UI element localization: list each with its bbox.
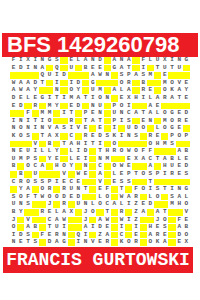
grid-cell-empty <box>46 87 53 94</box>
grid-cell: O <box>17 194 24 201</box>
grid-cell: A <box>118 65 125 72</box>
grid-cell: I <box>89 95 96 102</box>
grid-cell: D <box>132 125 139 132</box>
grid-cell: E <box>10 65 17 72</box>
grid-cell: B <box>32 224 39 231</box>
grid-cell: G <box>60 239 67 246</box>
grid-cell: I <box>32 125 39 132</box>
grid-cell: E <box>53 156 60 163</box>
grid-cell: M <box>68 95 75 102</box>
grid-cell: P <box>111 103 118 110</box>
grid-cell: O <box>46 194 53 201</box>
grid-cell: X <box>53 133 60 140</box>
grid-cell: N <box>10 125 17 132</box>
grid-cell: S <box>10 194 17 201</box>
grid-cell: U <box>10 201 17 208</box>
grid-cell-empty <box>154 179 161 186</box>
grid-cell: L <box>147 57 154 64</box>
grid-cell: M <box>147 72 154 79</box>
grid-cell: R <box>125 80 132 87</box>
grid-cell: A <box>10 87 17 94</box>
grid-cell: T <box>46 224 53 231</box>
grid-cell: L <box>39 148 46 155</box>
grid-cell: M <box>168 201 175 208</box>
grid-cell: A <box>24 224 31 231</box>
grid-cell: D <box>75 194 82 201</box>
grid-cell: N <box>82 201 89 208</box>
grid-cell: E <box>176 125 183 132</box>
grid-cell: A <box>161 156 168 163</box>
grid-cell-empty <box>39 217 46 224</box>
grid-cell: W <box>104 217 111 224</box>
grid-cell: X <box>161 57 168 64</box>
grid-cell: O <box>154 194 161 201</box>
grid-cell: E <box>176 239 183 246</box>
grid-cell: S <box>32 239 39 246</box>
grid-cell: N <box>89 57 96 64</box>
grid-cell: I <box>32 57 39 64</box>
grid-cell: T <box>82 118 89 125</box>
grid-cell: R <box>132 194 139 201</box>
grid-cell: G <box>89 80 96 87</box>
grid-cell: X <box>68 209 75 216</box>
grid-cell: U <box>168 163 175 170</box>
grid-cell: A <box>147 163 154 170</box>
grid-cell: T <box>161 209 168 216</box>
grid-cell: I <box>75 239 82 246</box>
grid-cell: Z <box>132 201 139 208</box>
grid-cell: M <box>46 103 53 110</box>
grid-cell: O <box>125 239 132 246</box>
grid-cell: N <box>17 201 24 208</box>
grid-cell-empty <box>60 80 67 87</box>
grid-cell: A <box>96 217 103 224</box>
grid-cell: H <box>147 224 154 231</box>
grid-cell: R <box>176 118 183 125</box>
grid-cell: X <box>24 57 31 64</box>
grid-cell: T <box>32 118 39 125</box>
grid-cell: O <box>39 186 46 193</box>
grid-cell: T <box>60 141 67 148</box>
grid-cell-empty <box>154 80 161 87</box>
grid-cell: S <box>168 194 175 201</box>
grid-cell: A <box>53 125 60 132</box>
grid-cell: W <box>39 194 46 201</box>
grid-cell-empty <box>32 186 39 193</box>
grid-cell: T <box>176 95 183 102</box>
grid-cell: N <box>39 57 46 64</box>
grid-cell: B <box>183 224 190 231</box>
grid-cell-empty <box>183 179 190 186</box>
grid-cell: A <box>96 171 103 178</box>
grid-cell-empty <box>104 171 111 178</box>
grid-cell-empty <box>147 125 154 132</box>
grid-cell-empty <box>183 141 190 148</box>
grid-cell: A <box>24 87 31 94</box>
grid-cell-empty <box>39 201 46 208</box>
grid-cell: A <box>89 118 96 125</box>
grid-cell-empty <box>104 141 111 148</box>
grid-cell-empty <box>68 239 75 246</box>
grid-cell: T <box>96 148 103 155</box>
grid-cell: V <box>183 209 190 216</box>
grid-cell-empty <box>132 65 139 72</box>
grid-cell: C <box>68 179 75 186</box>
grid-cell-empty <box>183 65 190 72</box>
grid-cell: F <box>24 110 31 117</box>
grid-cell-empty <box>132 103 139 110</box>
grid-cell-empty <box>111 239 118 246</box>
grid-cell-empty <box>140 194 147 201</box>
grid-cell-empty <box>147 209 154 216</box>
grid-cell: U <box>161 65 168 72</box>
grid-cell-empty <box>140 239 147 246</box>
grid-cell: E <box>46 209 53 216</box>
grid-cell: A <box>53 239 60 246</box>
grid-cell: S <box>125 179 132 186</box>
grid-cell: A <box>140 209 147 216</box>
grid-cell: N <box>176 186 183 193</box>
grid-cell: O <box>140 186 147 193</box>
grid-cell: O <box>46 118 53 125</box>
grid-cell: U <box>154 57 161 64</box>
grid-cell: N <box>118 57 125 64</box>
grid-cell: I <box>68 80 75 87</box>
grid-cell-empty <box>89 148 96 155</box>
grid-cell: R <box>60 186 67 193</box>
grid-cell: E <box>125 156 132 163</box>
grid-cell: E <box>125 163 132 170</box>
grid-cell: N <box>32 65 39 72</box>
grid-cell: O <box>161 125 168 132</box>
grid-cell: D <box>17 103 24 110</box>
grid-cell: A <box>154 95 161 102</box>
grid-cell: E <box>104 224 111 231</box>
grid-cell: Y <box>53 103 60 110</box>
grid-cell-empty <box>32 201 39 208</box>
grid-cell-empty <box>111 80 118 87</box>
grid-cell-empty <box>10 141 17 148</box>
grid-cell: E <box>176 110 183 117</box>
grid-cell: G <box>168 110 175 117</box>
grid-cell: E <box>154 103 161 110</box>
grid-cell: S <box>147 171 154 178</box>
grid-cell: I <box>96 141 103 148</box>
grid-cell: E <box>89 110 96 117</box>
grid-cell: S <box>32 179 39 186</box>
grid-cell: I <box>46 95 53 102</box>
grid-cell: T <box>125 65 132 72</box>
grid-cell-empty <box>75 209 82 216</box>
grid-cell: I <box>140 95 147 102</box>
grid-cell-empty <box>132 141 139 148</box>
grid-cell: S <box>32 156 39 163</box>
grid-cell: E <box>183 80 190 87</box>
grid-cell-empty <box>161 133 168 140</box>
grid-cell-empty <box>75 110 82 117</box>
grid-cell: A <box>176 194 183 201</box>
grid-cell: E <box>183 217 190 224</box>
grid-cell-empty <box>168 239 175 246</box>
grid-cell: I <box>118 133 125 140</box>
grid-cell: N <box>10 148 17 155</box>
grid-cell-empty <box>111 156 118 163</box>
grid-cell: D <box>75 103 82 110</box>
grid-cell: E <box>60 179 67 186</box>
grid-cell-empty <box>154 118 161 125</box>
grid-cell-empty <box>32 110 39 117</box>
grid-cell: A <box>39 163 46 170</box>
grid-cell: R <box>111 148 118 155</box>
grid-cell-empty <box>60 103 67 110</box>
grid-cell: A <box>176 87 183 94</box>
grid-cell: D <box>46 239 53 246</box>
grid-cell-empty <box>32 133 39 140</box>
grid-cell: T <box>68 110 75 117</box>
grid-cell: B <box>168 156 175 163</box>
grid-cell: A <box>125 194 132 201</box>
grid-cell: S <box>125 118 132 125</box>
grid-cell-empty <box>17 224 24 231</box>
grid-cell: L <box>46 148 53 155</box>
grid-cell-empty <box>17 110 24 117</box>
grid-cell-empty <box>183 72 190 79</box>
grid-cell: F <box>24 194 31 201</box>
grid-cell-empty <box>68 171 75 178</box>
grid-cell-empty <box>111 209 118 216</box>
grid-cell: T <box>154 156 161 163</box>
grid-cell: U <box>68 65 75 72</box>
grid-cell: N <box>89 103 96 110</box>
grid-cell: B <box>46 141 53 148</box>
grid-cell-empty <box>147 65 154 72</box>
grid-cell: S <box>104 133 111 140</box>
book-cover: BFS 1429260798 FIXINGSELANDANAFLUXINGEDI… <box>0 0 200 300</box>
grid-cell: L <box>147 194 154 201</box>
grid-cell: N <box>39 125 46 132</box>
grid-cell-empty <box>68 232 75 239</box>
grid-cell-empty <box>125 224 132 231</box>
grid-cell: D <box>147 201 154 208</box>
grid-cell: E <box>154 224 161 231</box>
grid-cell: T <box>104 209 111 216</box>
grid-cell-empty <box>96 80 103 87</box>
grid-cell-empty <box>82 194 89 201</box>
grid-cell: C <box>46 217 53 224</box>
grid-cell: D <box>10 95 17 102</box>
grid-cell: I <box>68 125 75 132</box>
grid-cell: Y <box>17 186 24 193</box>
grid-cell: Y <box>75 87 82 94</box>
grid-cell-empty <box>75 224 82 231</box>
grid-cell: E <box>161 72 168 79</box>
grid-cell: O <box>183 201 190 208</box>
grid-cell-empty <box>154 163 161 170</box>
grid-cell: J <box>10 217 17 224</box>
grid-cell-empty <box>104 179 111 186</box>
grid-cell: U <box>68 186 75 193</box>
grid-cell: M <box>39 110 46 117</box>
grid-cell: A <box>75 95 82 102</box>
grid-cell: A <box>161 239 168 246</box>
grid-cell: O <box>168 118 175 125</box>
grid-cell: E <box>17 95 24 102</box>
grid-cell-empty <box>17 163 24 170</box>
grid-cell: R <box>132 239 139 246</box>
grid-cell: A <box>46 133 53 140</box>
grid-cell: N <box>96 110 103 117</box>
grid-cell: V <box>32 141 39 148</box>
grid-cell: H <box>176 201 183 208</box>
grid-cell: X <box>132 156 139 163</box>
grid-cell: E <box>46 232 53 239</box>
grid-cell: L <box>147 95 154 102</box>
grid-cell: F <box>132 186 139 193</box>
grid-cell: P <box>125 171 132 178</box>
grid-cell: I <box>111 125 118 132</box>
grid-cell: M <box>17 156 24 163</box>
grid-cell-empty <box>39 171 46 178</box>
grid-cell: S <box>183 171 190 178</box>
grid-cell: N <box>24 125 31 132</box>
grid-cell-empty <box>39 141 46 148</box>
grid-cell: S <box>24 133 31 140</box>
grid-cell: N <box>147 118 154 125</box>
grid-cell: E <box>82 171 89 178</box>
grid-cell: I <box>125 201 132 208</box>
grid-cell: D <box>176 232 183 239</box>
grid-cell: R <box>154 232 161 239</box>
grid-cell-empty <box>89 232 96 239</box>
grid-cell: A <box>104 232 111 239</box>
grid-cell: R <box>53 232 60 239</box>
grid-cell: H <box>161 163 168 170</box>
grid-cell-empty <box>168 209 175 216</box>
grid-cell: V <box>24 217 31 224</box>
grid-cell: A <box>17 80 24 87</box>
grid-cell: J <box>46 201 53 208</box>
grid-cell: G <box>168 125 175 132</box>
grid-cell: E <box>68 103 75 110</box>
grid-cell-empty <box>82 103 89 110</box>
grid-cell: A <box>176 224 183 231</box>
grid-cell: H <box>132 95 139 102</box>
grid-cell: R <box>17 179 24 186</box>
grid-cell-empty <box>154 72 161 79</box>
grid-cell: S <box>24 232 31 239</box>
grid-cell: E <box>118 171 125 178</box>
grid-cell: J <box>82 209 89 216</box>
grid-cell: I <box>125 217 132 224</box>
grid-cell-empty <box>60 65 67 72</box>
grid-cell-empty <box>24 171 31 178</box>
grid-cell: E <box>82 125 89 132</box>
grid-cell-empty <box>147 217 154 224</box>
grid-cell-empty <box>68 201 75 208</box>
grid-cell-empty <box>104 110 111 117</box>
grid-cell: B <box>82 65 89 72</box>
grid-cell: F <box>140 57 147 64</box>
grid-cell: O <box>53 194 60 201</box>
grid-cell-empty <box>46 163 53 170</box>
grid-cell-empty <box>89 156 96 163</box>
grid-cell-empty <box>125 209 132 216</box>
grid-cell: A <box>68 141 75 148</box>
grid-cell: O <box>147 141 154 148</box>
grid-cell: E <box>75 156 82 163</box>
grid-cell: P <box>183 133 190 140</box>
grid-cell: L <box>118 201 125 208</box>
grid-cell: L <box>68 148 75 155</box>
grid-cell: G <box>46 57 53 64</box>
grid-cell: H <box>104 148 111 155</box>
grid-cell-empty <box>82 179 89 186</box>
grid-cell: I <box>53 72 60 79</box>
grid-cell: I <box>168 186 175 193</box>
grid-cell: E <box>89 65 96 72</box>
grid-cell-empty <box>176 72 183 79</box>
grid-cell: O <box>168 80 175 87</box>
grid-cell: A <box>60 209 67 216</box>
grid-cell: C <box>118 232 125 239</box>
grid-cell: T <box>53 95 60 102</box>
grid-cell: S <box>132 133 139 140</box>
grid-cell-empty <box>53 110 60 117</box>
grid-cell-empty <box>104 65 111 72</box>
grid-cell: X <box>183 239 190 246</box>
grid-cell: A <box>125 87 132 94</box>
grid-cell: O <box>24 163 31 170</box>
grid-cell: K <box>118 239 125 246</box>
grid-cell-empty <box>75 72 82 79</box>
grid-cell-empty <box>111 224 118 231</box>
grid-cell: T <box>168 65 175 72</box>
grid-cell-empty <box>53 118 60 125</box>
grid-cell: A <box>53 217 60 224</box>
grid-cell: A <box>111 201 118 208</box>
grid-cell-empty <box>104 163 111 170</box>
grid-cell-empty <box>125 186 132 193</box>
grid-cell: A <box>89 72 96 79</box>
grid-cell: S <box>39 179 46 186</box>
grid-cell: L <box>154 125 161 132</box>
grid-cell-empty <box>140 224 147 231</box>
grid-cell: N <box>75 186 82 193</box>
grid-cell: S <box>53 57 60 64</box>
grid-cell-empty <box>39 103 46 110</box>
grid-cell-empty <box>132 179 139 186</box>
grid-cell-empty <box>60 118 67 125</box>
grid-cell: T <box>147 179 154 186</box>
grid-cell: I <box>75 148 82 155</box>
grid-cell: K <box>168 87 175 94</box>
grid-cell-empty <box>111 232 118 239</box>
grid-cell-empty <box>32 72 39 79</box>
grid-cell: W <box>118 163 125 170</box>
grid-cell-empty <box>82 72 89 79</box>
grid-cell: E <box>17 239 24 246</box>
grid-cell-empty <box>60 148 67 155</box>
grid-cell: R <box>60 201 67 208</box>
grid-cell-empty <box>168 232 175 239</box>
grid-cell: O <box>118 80 125 87</box>
grid-cell: T <box>96 118 103 125</box>
grid-cell: E <box>68 194 75 201</box>
grid-cell-empty <box>32 209 39 216</box>
grid-cell: Q <box>53 65 60 72</box>
grid-cell-empty <box>75 163 82 170</box>
grid-cell-empty <box>104 57 111 64</box>
